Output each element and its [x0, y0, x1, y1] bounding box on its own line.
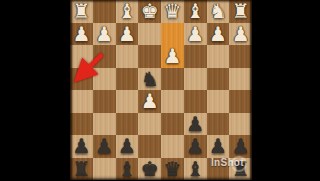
white-pawn-d3[interactable]: ♟ [163, 46, 181, 66]
square-g6[interactable] [93, 113, 116, 136]
white-knight-b1[interactable]: ♞ [209, 1, 227, 21]
square-g3[interactable] [93, 45, 116, 68]
black-rook-h8[interactable]: ♜ [72, 159, 90, 179]
letterbox-left [0, 0, 70, 180]
square-e2[interactable] [138, 23, 161, 46]
black-pawn-c6[interactable]: ♟ [186, 114, 204, 134]
square-c2[interactable]: ♟ [184, 23, 207, 46]
square-g2[interactable]: ♟ [93, 23, 116, 46]
black-bishop-f8[interactable]: ♝ [118, 159, 136, 179]
black-pawn-b7[interactable]: ♟ [209, 136, 227, 156]
video-frame: ♜♝♚♛♝♞♜♟♟♟♟♟♟♟♞♟♟♟♟♟♟♟♟♜♝♚♛♝♜ InShot [0, 0, 320, 180]
square-c6[interactable]: ♟ [184, 113, 207, 136]
white-pawn-e5[interactable]: ♟ [141, 91, 159, 111]
square-f5[interactable] [116, 90, 139, 113]
white-rook-h1[interactable]: ♜ [72, 1, 90, 21]
black-queen-d8[interactable]: ♛ [163, 159, 181, 179]
black-knight-e4[interactable]: ♞ [141, 69, 159, 89]
white-pawn-a2[interactable]: ♟ [232, 24, 250, 44]
square-g1[interactable] [93, 0, 116, 23]
square-b2[interactable]: ♟ [207, 23, 230, 46]
square-g8[interactable] [93, 158, 116, 181]
square-d3[interactable]: ♟ [161, 45, 184, 68]
square-f2[interactable]: ♟ [116, 23, 139, 46]
square-b3[interactable] [207, 45, 230, 68]
black-king-e8[interactable]: ♚ [141, 159, 159, 179]
square-a1[interactable]: ♜ [229, 0, 252, 23]
square-a2[interactable]: ♟ [229, 23, 252, 46]
square-e4[interactable]: ♞ [138, 68, 161, 91]
square-b1[interactable]: ♞ [207, 0, 230, 23]
square-b5[interactable] [207, 90, 230, 113]
square-f4[interactable] [116, 68, 139, 91]
square-a8[interactable]: ♜ [229, 158, 252, 181]
black-pawn-a7[interactable]: ♟ [232, 136, 250, 156]
white-pawn-c2[interactable]: ♟ [186, 24, 204, 44]
white-queen-d1[interactable]: ♛ [163, 1, 181, 21]
square-a7[interactable]: ♟ [229, 135, 252, 158]
square-e6[interactable] [138, 113, 161, 136]
square-d6[interactable] [161, 113, 184, 136]
white-pawn-g2[interactable]: ♟ [95, 24, 113, 44]
white-bishop-f1[interactable]: ♝ [118, 1, 136, 21]
square-b7[interactable]: ♟ [207, 135, 230, 158]
square-h5[interactable] [70, 90, 93, 113]
square-e8[interactable]: ♚ [138, 158, 161, 181]
square-b6[interactable] [207, 113, 230, 136]
square-a3[interactable] [229, 45, 252, 68]
square-e1[interactable]: ♚ [138, 0, 161, 23]
square-f6[interactable] [116, 113, 139, 136]
square-g7[interactable]: ♟ [93, 135, 116, 158]
white-rook-a1[interactable]: ♜ [232, 1, 250, 21]
white-pawn-f2[interactable]: ♟ [118, 24, 136, 44]
chess-board: ♜♝♚♛♝♞♜♟♟♟♟♟♟♟♞♟♟♟♟♟♟♟♟♜♝♚♛♝♜ [70, 0, 252, 180]
square-a5[interactable] [229, 90, 252, 113]
black-pawn-h7[interactable]: ♟ [72, 136, 90, 156]
square-d4[interactable] [161, 68, 184, 91]
square-c3[interactable] [184, 45, 207, 68]
square-h6[interactable] [70, 113, 93, 136]
square-h3[interactable] [70, 45, 93, 68]
square-b8[interactable] [207, 158, 230, 181]
square-a6[interactable] [229, 113, 252, 136]
square-a4[interactable] [229, 68, 252, 91]
square-h1[interactable]: ♜ [70, 0, 93, 23]
square-h7[interactable]: ♟ [70, 135, 93, 158]
white-pawn-h2[interactable]: ♟ [72, 24, 90, 44]
white-pawn-b2[interactable]: ♟ [209, 24, 227, 44]
square-h2[interactable]: ♟ [70, 23, 93, 46]
black-pawn-f7[interactable]: ♟ [118, 136, 136, 156]
square-d8[interactable]: ♛ [161, 158, 184, 181]
square-c7[interactable]: ♟ [184, 135, 207, 158]
black-pawn-g7[interactable]: ♟ [95, 136, 113, 156]
square-c5[interactable] [184, 90, 207, 113]
square-d1[interactable]: ♛ [161, 0, 184, 23]
black-bishop-c8[interactable]: ♝ [186, 159, 204, 179]
square-g5[interactable] [93, 90, 116, 113]
square-c4[interactable] [184, 68, 207, 91]
square-e5[interactable]: ♟ [138, 90, 161, 113]
square-f1[interactable]: ♝ [116, 0, 139, 23]
white-king-e1[interactable]: ♚ [141, 1, 159, 21]
square-e3[interactable] [138, 45, 161, 68]
square-h8[interactable]: ♜ [70, 158, 93, 181]
black-pawn-c7[interactable]: ♟ [186, 136, 204, 156]
square-f3[interactable] [116, 45, 139, 68]
letterbox-right [252, 0, 320, 180]
square-c1[interactable]: ♝ [184, 0, 207, 23]
square-h4[interactable] [70, 68, 93, 91]
square-g4[interactable] [93, 68, 116, 91]
square-d7[interactable] [161, 135, 184, 158]
square-f7[interactable]: ♟ [116, 135, 139, 158]
square-b4[interactable] [207, 68, 230, 91]
square-d2[interactable] [161, 23, 184, 46]
square-d5[interactable] [161, 90, 184, 113]
square-e7[interactable] [138, 135, 161, 158]
black-rook-a8[interactable]: ♜ [232, 159, 250, 179]
square-c8[interactable]: ♝ [184, 158, 207, 181]
white-bishop-c1[interactable]: ♝ [186, 1, 204, 21]
square-f8[interactable]: ♝ [116, 158, 139, 181]
